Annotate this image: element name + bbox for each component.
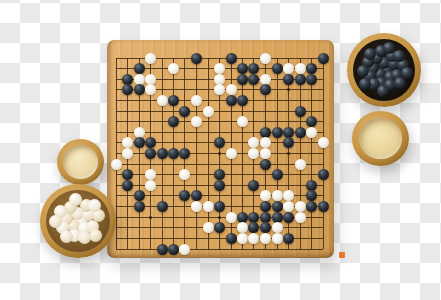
black-stone [283,212,294,223]
black-stone [214,180,225,191]
black-stone [122,74,133,85]
white-stone [283,63,294,74]
black-stone [145,137,156,148]
black-stone-in-bowl [401,67,413,79]
black-stone [122,84,133,95]
black-stone [260,212,271,223]
black-stone [214,222,225,233]
star-point [218,216,221,219]
white-stone [260,53,271,64]
white-stone [295,63,306,74]
black-stone [214,137,225,148]
black-stone [145,148,156,159]
black-stone [272,212,283,223]
black-stone [260,84,271,95]
black-stone-in-bowl [359,78,371,90]
white-stone-bowl [40,184,116,258]
black-stone [134,190,145,201]
black-stone [318,201,329,212]
white-stone [283,190,294,201]
black-stone [283,137,294,148]
black-stone [157,201,168,212]
grid-line-horizontal [116,249,323,250]
white-stone [295,201,306,212]
black-stone [168,244,179,255]
black-stone [168,116,179,127]
black-stone [237,95,248,106]
white-stone [260,190,271,201]
black-stone [306,116,317,127]
corner-logo-mark [339,252,345,258]
white-stone [203,106,214,117]
black-stone [179,148,190,159]
black-stone [260,201,271,212]
white-stone [191,201,202,212]
white-stone [203,222,214,233]
bowl-lid-right [352,111,409,166]
black-stone [168,95,179,106]
white-stone [122,148,133,159]
white-stone [318,137,329,148]
white-stone [272,233,283,244]
black-stone [272,201,283,212]
go-board [107,40,334,258]
black-stone [237,212,248,223]
white-stone-in-bowl [69,193,82,206]
white-stone [145,84,156,95]
bowl-lid-left [57,139,104,185]
black-stone [306,180,317,191]
black-stone [134,63,145,74]
black-stone [272,127,283,138]
black-stone [226,233,237,244]
black-stone [248,212,259,223]
star-point [287,88,290,91]
black-stone [122,180,133,191]
white-stone [214,84,225,95]
white-stone [179,244,190,255]
black-stone [157,244,168,255]
white-stone [226,84,237,95]
white-stone [145,53,156,64]
white-stone [237,116,248,127]
star-point [287,152,290,155]
bowl-lid-right-interior [359,118,402,159]
board-grid [116,58,323,249]
white-stone [145,180,156,191]
white-stone [157,95,168,106]
black-stone [318,53,329,64]
black-stone-bowl-interior [353,39,415,101]
white-stone [260,74,271,85]
black-stone [226,53,237,64]
white-stone [134,74,145,85]
white-stone [226,212,237,223]
white-stone [237,222,248,233]
black-stone [157,148,168,159]
black-stone [179,190,190,201]
white-stone [214,74,225,85]
grid-line-vertical [323,58,324,249]
white-stone [283,201,294,212]
white-stone [191,116,202,127]
black-stone-bowl [347,33,421,107]
white-stone [179,169,190,180]
black-stone [248,74,259,85]
white-stone [248,233,259,244]
black-stone [168,148,179,159]
white-stone [237,233,248,244]
black-stone [272,63,283,74]
black-stone [179,106,190,117]
white-stone [260,233,271,244]
white-stone [272,190,283,201]
black-stone [248,63,259,74]
black-stone [306,201,317,212]
black-stone [283,74,294,85]
white-stone [295,212,306,223]
black-stone [214,169,225,180]
white-stone [134,127,145,138]
black-stone [283,233,294,244]
white-stone [295,159,306,170]
white-stone [248,148,259,159]
photo-stage [0,0,441,300]
white-stone [260,148,271,159]
black-stone [260,159,271,170]
black-stone [283,127,294,138]
white-stone [214,63,225,74]
white-stone-bowl-interior [46,190,110,252]
bowl-lid-left-interior [63,145,98,179]
black-stone [214,201,225,212]
white-stone [111,159,122,170]
star-point [149,216,152,219]
grid-line-horizontal [116,164,323,165]
black-stone [295,127,306,138]
white-stone [272,222,283,233]
white-stone [306,127,317,138]
white-stone [122,137,133,148]
black-stone [295,106,306,117]
black-stone [134,84,145,95]
white-stone-in-bowl [89,229,102,242]
black-stone [318,169,329,180]
black-stone [260,127,271,138]
white-stone [226,148,237,159]
black-stone-in-bowl [377,85,389,97]
black-stone [226,95,237,106]
star-point [218,152,221,155]
black-stone-in-bowl [394,77,406,89]
black-stone [295,74,306,85]
black-stone [272,169,283,180]
black-stone [237,63,248,74]
black-stone [134,201,145,212]
black-stone [237,74,248,85]
white-stone [260,137,271,148]
black-stone [306,74,317,85]
grid-line-vertical [311,58,312,249]
white-stone [168,63,179,74]
black-stone [134,137,145,148]
white-stone [145,169,156,180]
black-stone [306,63,317,74]
black-stone-in-bowl [383,42,395,54]
black-stone [260,222,271,233]
white-stone [203,201,214,212]
white-stone [248,137,259,148]
white-stone [145,74,156,85]
black-stone [191,190,202,201]
white-stone [191,95,202,106]
black-stone [306,190,317,201]
black-stone [122,169,133,180]
black-stone [248,180,259,191]
black-stone [248,222,259,233]
black-stone [191,53,202,64]
